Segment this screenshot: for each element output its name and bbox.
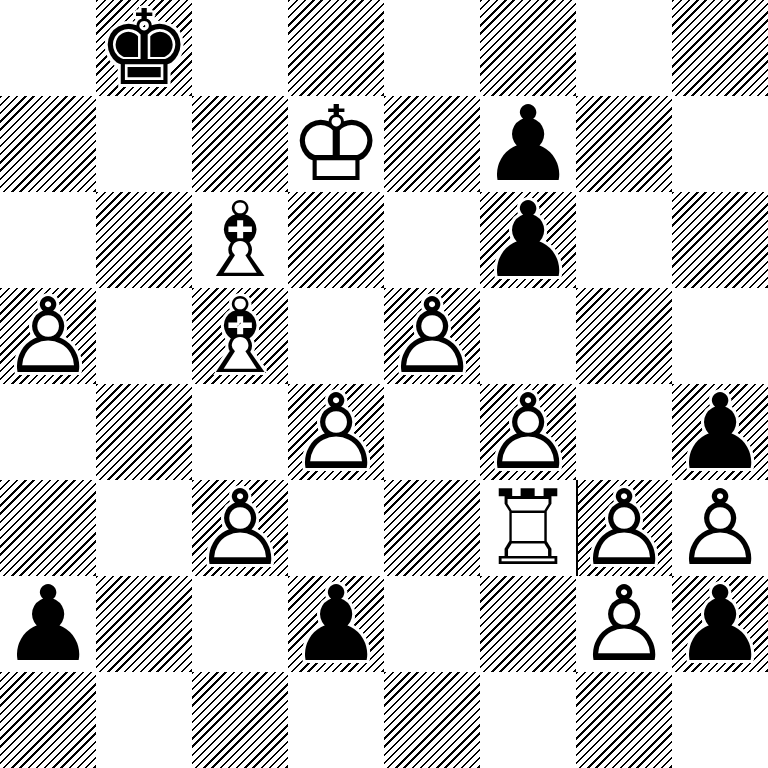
white-pawn-g3[interactable]: ♟♙: [576, 480, 672, 576]
black-pawn-glyph-icon: ♟: [480, 96, 576, 192]
white-pawn-e5[interactable]: ♟♙: [384, 288, 480, 384]
black-pawn-glyph-icon: ♟: [672, 384, 768, 480]
white-pawn-glyph-icon: ♙: [480, 384, 576, 480]
black-pawn-glyph-icon: ♟: [672, 576, 768, 672]
square-f6[interactable]: ♟♟: [480, 192, 576, 288]
square-f2[interactable]: [480, 576, 576, 672]
square-a4[interactable]: [0, 384, 96, 480]
square-h5[interactable]: [672, 288, 768, 384]
white-bishop-glyph-icon: ♗: [192, 288, 288, 384]
black-pawn-glyph-icon: ♟: [480, 192, 576, 288]
square-d8[interactable]: [288, 0, 384, 96]
square-g8[interactable]: [576, 0, 672, 96]
white-rook-f3[interactable]: ♜♖: [480, 480, 576, 576]
white-pawn-glyph-icon: ♙: [672, 480, 768, 576]
black-pawn-a2[interactable]: ♟♟: [0, 576, 96, 672]
square-f1[interactable]: [480, 672, 576, 768]
square-d4[interactable]: ♟♙: [288, 384, 384, 480]
square-c8[interactable]: [192, 0, 288, 96]
square-a5[interactable]: ♟♙: [0, 288, 96, 384]
square-b1[interactable]: [96, 672, 192, 768]
square-b6[interactable]: [96, 192, 192, 288]
square-a6[interactable]: [0, 192, 96, 288]
square-e1[interactable]: [384, 672, 480, 768]
black-pawn-glyph-icon: ♟: [0, 576, 96, 672]
white-king-d7[interactable]: ♚♔: [288, 96, 384, 192]
board-artifact-line: [576, 480, 578, 576]
square-f3[interactable]: ♜♖: [480, 480, 576, 576]
white-pawn-a5[interactable]: ♟♙: [0, 288, 96, 384]
square-b8[interactable]: ♚♚: [96, 0, 192, 96]
square-a7[interactable]: [0, 96, 96, 192]
black-king-b8[interactable]: ♚♚: [96, 0, 192, 96]
square-g3[interactable]: ♟♙: [576, 480, 672, 576]
white-bishop-glyph-icon: ♗: [192, 192, 288, 288]
chess-board: ♚♚♚♔♟♟♝♗♟♟♟♙♝♗♟♙♟♙♟♙♟♟♟♙♜♖♟♙♟♙♟♟♟♟♟♙♟♟: [0, 0, 768, 768]
white-pawn-glyph-icon: ♙: [384, 288, 480, 384]
square-e6[interactable]: [384, 192, 480, 288]
square-h3[interactable]: ♟♙: [672, 480, 768, 576]
square-g6[interactable]: [576, 192, 672, 288]
white-pawn-glyph-icon: ♙: [288, 384, 384, 480]
square-a1[interactable]: [0, 672, 96, 768]
square-b7[interactable]: [96, 96, 192, 192]
square-h1[interactable]: [672, 672, 768, 768]
black-pawn-f6[interactable]: ♟♟: [480, 192, 576, 288]
black-pawn-h2[interactable]: ♟♟: [672, 576, 768, 672]
square-h7[interactable]: [672, 96, 768, 192]
white-pawn-glyph-icon: ♙: [192, 480, 288, 576]
white-pawn-c3[interactable]: ♟♙: [192, 480, 288, 576]
white-bishop-c5[interactable]: ♝♗: [192, 288, 288, 384]
square-a2[interactable]: ♟♟: [0, 576, 96, 672]
square-c7[interactable]: [192, 96, 288, 192]
square-b5[interactable]: [96, 288, 192, 384]
white-king-glyph-icon: ♔: [288, 96, 384, 192]
square-g5[interactable]: [576, 288, 672, 384]
square-h4[interactable]: ♟♟: [672, 384, 768, 480]
square-f7[interactable]: ♟♟: [480, 96, 576, 192]
black-king-glyph-icon: ♚: [96, 0, 192, 96]
square-f4[interactable]: ♟♙: [480, 384, 576, 480]
white-pawn-glyph-icon: ♙: [576, 480, 672, 576]
square-c2[interactable]: [192, 576, 288, 672]
square-e8[interactable]: [384, 0, 480, 96]
square-h2[interactable]: ♟♟: [672, 576, 768, 672]
square-c4[interactable]: [192, 384, 288, 480]
square-b4[interactable]: [96, 384, 192, 480]
white-rook-glyph-icon: ♖: [480, 480, 576, 576]
square-b3[interactable]: [96, 480, 192, 576]
square-d7[interactable]: ♚♔: [288, 96, 384, 192]
square-e2[interactable]: [384, 576, 480, 672]
white-pawn-f4[interactable]: ♟♙: [480, 384, 576, 480]
square-g4[interactable]: [576, 384, 672, 480]
square-d5[interactable]: [288, 288, 384, 384]
white-bishop-c6[interactable]: ♝♗: [192, 192, 288, 288]
black-pawn-h4[interactable]: ♟♟: [672, 384, 768, 480]
square-a8[interactable]: [0, 0, 96, 96]
square-c5[interactable]: ♝♗: [192, 288, 288, 384]
square-g2[interactable]: ♟♙: [576, 576, 672, 672]
black-pawn-f7[interactable]: ♟♟: [480, 96, 576, 192]
white-pawn-d4[interactable]: ♟♙: [288, 384, 384, 480]
square-d6[interactable]: [288, 192, 384, 288]
square-h6[interactable]: [672, 192, 768, 288]
square-g1[interactable]: [576, 672, 672, 768]
square-c3[interactable]: ♟♙: [192, 480, 288, 576]
square-c1[interactable]: [192, 672, 288, 768]
white-pawn-glyph-icon: ♙: [0, 288, 96, 384]
square-a3[interactable]: [0, 480, 96, 576]
square-d3[interactable]: [288, 480, 384, 576]
square-f5[interactable]: [480, 288, 576, 384]
square-b2[interactable]: [96, 576, 192, 672]
black-pawn-glyph-icon: ♟: [288, 576, 384, 672]
square-f8[interactable]: [480, 0, 576, 96]
square-h8[interactable]: [672, 0, 768, 96]
square-e3[interactable]: [384, 480, 480, 576]
white-pawn-h3[interactable]: ♟♙: [672, 480, 768, 576]
square-d2[interactable]: ♟♟: [288, 576, 384, 672]
square-e5[interactable]: ♟♙: [384, 288, 480, 384]
square-e4[interactable]: [384, 384, 480, 480]
square-e7[interactable]: [384, 96, 480, 192]
white-pawn-glyph-icon: ♙: [576, 576, 672, 672]
white-pawn-g2[interactable]: ♟♙: [576, 576, 672, 672]
square-c6[interactable]: ♝♗: [192, 192, 288, 288]
square-d1[interactable]: [288, 672, 384, 768]
square-g7[interactable]: [576, 96, 672, 192]
black-pawn-d2[interactable]: ♟♟: [288, 576, 384, 672]
